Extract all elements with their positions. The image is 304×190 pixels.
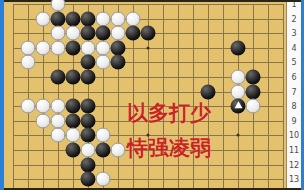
row-label-12: 12	[287, 160, 301, 169]
black-stone[interactable]	[201, 84, 216, 99]
white-stone[interactable]	[21, 40, 36, 55]
white-stone[interactable]	[66, 128, 81, 143]
white-stone[interactable]	[51, 40, 66, 55]
black-stone[interactable]	[81, 70, 96, 85]
white-stone[interactable]	[66, 26, 81, 41]
black-stone[interactable]	[81, 157, 96, 172]
annotation-text-1: 以多打少	[127, 102, 219, 125]
black-stone[interactable]	[246, 84, 261, 99]
black-stone[interactable]	[81, 26, 96, 41]
black-stone[interactable]	[66, 113, 81, 128]
row-label-6: 6	[287, 73, 301, 82]
white-stone[interactable]	[36, 40, 51, 55]
white-stone[interactable]	[96, 172, 111, 187]
white-stone[interactable]	[51, 26, 66, 41]
row-label-7: 7	[287, 87, 301, 96]
black-stone[interactable]	[51, 70, 66, 85]
black-stone[interactable]	[231, 40, 246, 55]
black-stone[interactable]	[66, 40, 81, 55]
black-stone[interactable]	[141, 26, 156, 41]
white-stone[interactable]	[96, 40, 111, 55]
star-point	[147, 46, 150, 49]
row-label-10: 10	[287, 131, 301, 140]
black-stone[interactable]	[231, 99, 246, 114]
row-coordinate-strip: 12345678910111213	[286, 0, 301, 190]
white-stone[interactable]	[81, 40, 96, 55]
white-stone[interactable]	[51, 113, 66, 128]
star-point	[237, 134, 240, 137]
black-stone[interactable]	[126, 26, 141, 41]
black-stone[interactable]	[81, 99, 96, 114]
black-stone[interactable]	[111, 55, 126, 70]
black-stone[interactable]	[81, 55, 96, 70]
letterbox-top	[4, 0, 301, 2]
white-stone[interactable]	[36, 99, 51, 114]
right-border	[301, 0, 304, 190]
row-label-13: 13	[287, 175, 301, 184]
row-label-3: 3	[287, 29, 301, 38]
white-stone[interactable]	[96, 128, 111, 143]
white-stone[interactable]	[111, 11, 126, 26]
go-board-frame: 以多打少 恃强凌弱 12345678910111213	[0, 0, 304, 190]
annotation-text-2: 恃强凌弱	[127, 137, 219, 160]
white-stone[interactable]	[51, 128, 66, 143]
black-stone[interactable]	[66, 99, 81, 114]
row-label-11: 11	[287, 146, 301, 155]
black-stone[interactable]	[111, 40, 126, 55]
white-stone[interactable]	[231, 70, 246, 85]
black-stone[interactable]	[246, 70, 261, 85]
white-stone[interactable]	[36, 11, 51, 26]
white-stone[interactable]	[51, 99, 66, 114]
star-point	[147, 134, 150, 137]
black-stone[interactable]	[81, 11, 96, 26]
white-stone[interactable]	[246, 99, 261, 114]
row-label-9: 9	[287, 116, 301, 125]
black-stone[interactable]	[96, 26, 111, 41]
left-border	[0, 0, 4, 190]
row-label-8: 8	[287, 102, 301, 111]
row-label-2: 2	[287, 14, 301, 23]
white-stone[interactable]	[126, 11, 141, 26]
white-stone[interactable]	[36, 113, 51, 128]
black-stone[interactable]	[66, 70, 81, 85]
white-stone[interactable]	[96, 11, 111, 26]
black-stone[interactable]	[66, 11, 81, 26]
row-label-4: 4	[287, 43, 301, 52]
row-label-5: 5	[287, 58, 301, 67]
white-stone[interactable]	[96, 55, 111, 70]
white-stone[interactable]	[231, 84, 246, 99]
white-stone[interactable]	[111, 26, 126, 41]
black-stone[interactable]	[81, 113, 96, 128]
black-stone[interactable]	[81, 172, 96, 187]
black-stone[interactable]	[81, 128, 96, 143]
white-stone[interactable]	[81, 143, 96, 158]
letterbox-bottom	[4, 188, 301, 190]
black-stone[interactable]	[66, 143, 81, 158]
black-stone[interactable]	[96, 143, 111, 158]
last-move-triangle-marker	[234, 101, 242, 108]
black-stone[interactable]	[51, 11, 66, 26]
white-stone[interactable]	[111, 143, 126, 158]
white-stone[interactable]	[21, 55, 36, 70]
white-stone[interactable]	[21, 99, 36, 114]
